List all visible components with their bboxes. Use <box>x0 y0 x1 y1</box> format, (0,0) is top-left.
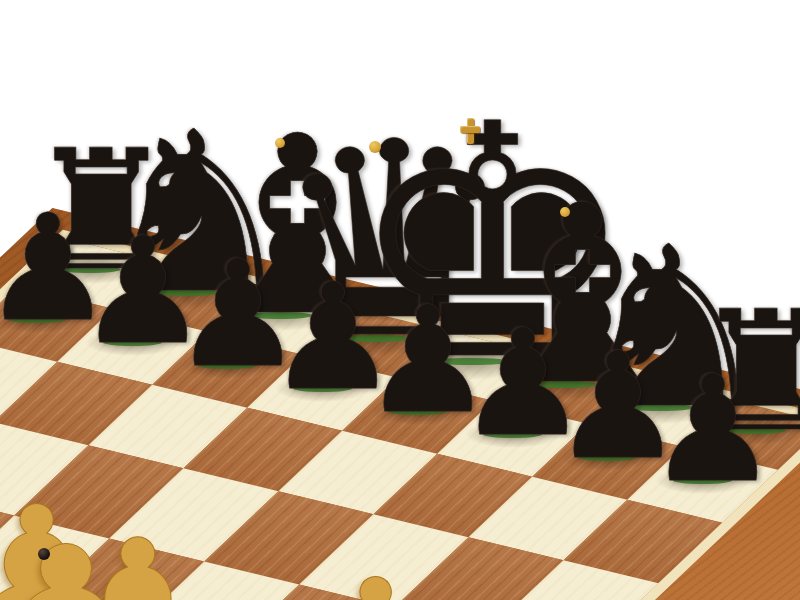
piece-white-pawn[interactable]: ♟ <box>287 578 437 600</box>
king-cross-finial <box>459 118 481 144</box>
piece-white-pawn[interactable]: ♟ <box>42 538 204 600</box>
bishop-finial <box>560 207 570 217</box>
piece-black-pawn-h7[interactable]: ♟ <box>647 374 758 485</box>
pieces-layer: ♜♞♝♛♚♝♞♜♟♟♟♟♟♟♟♟♟♝♟♟ <box>0 0 800 600</box>
chess-photo-scene: chess ♜♞♝♛♚♝♞♜♟♟♟♟♟♟♟♟♟♝♟♟ <box>0 0 800 600</box>
